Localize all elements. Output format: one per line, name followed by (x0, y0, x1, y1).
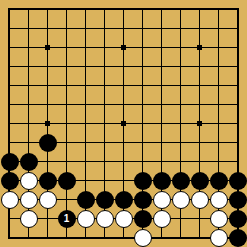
intersection-6-1[interactable] (95, 0, 114, 19)
intersection-13-5[interactable] (228, 76, 247, 95)
intersection-11-12[interactable] (190, 209, 209, 228)
intersection-1-13[interactable] (0, 228, 19, 247)
black-stone (191, 172, 209, 190)
intersection-10-5[interactable] (171, 76, 190, 95)
intersection-12-4[interactable] (209, 57, 228, 76)
intersection-9-6[interactable] (152, 95, 171, 114)
intersection-2-3[interactable] (19, 38, 38, 57)
intersection-9-1[interactable] (152, 0, 171, 19)
intersection-12-5[interactable] (209, 76, 228, 95)
intersection-4-2[interactable] (57, 19, 76, 38)
intersection-9-4[interactable] (152, 57, 171, 76)
intersection-10-7[interactable] (171, 114, 190, 133)
intersection-10-10[interactable] (171, 171, 190, 190)
intersection-12-8[interactable] (209, 133, 228, 152)
intersection-13-4[interactable] (228, 57, 247, 76)
intersection-6-7[interactable] (95, 114, 114, 133)
intersection-8-7[interactable] (133, 114, 152, 133)
intersection-6-9[interactable] (95, 152, 114, 171)
intersection-12-10[interactable] (209, 171, 228, 190)
intersection-10-11[interactable] (171, 190, 190, 209)
black-stone-move-1: 1 (58, 210, 76, 228)
intersection-7-10[interactable] (114, 171, 133, 190)
intersection-6-3[interactable] (95, 38, 114, 57)
intersection-2-6[interactable] (19, 95, 38, 114)
white-stone (134, 229, 152, 247)
intersection-7-3[interactable] (114, 38, 133, 57)
star-point (197, 45, 202, 50)
intersection-6-10[interactable] (95, 171, 114, 190)
intersection-5-1[interactable] (76, 0, 95, 19)
intersection-3-5[interactable] (38, 76, 57, 95)
intersection-1-9[interactable] (0, 152, 19, 171)
intersection-3-6[interactable] (38, 95, 57, 114)
intersection-1-8[interactable] (0, 133, 19, 152)
intersection-12-3[interactable] (209, 38, 228, 57)
intersection-5-11[interactable] (76, 190, 95, 209)
intersection-8-5[interactable] (133, 76, 152, 95)
intersection-8-3[interactable] (133, 38, 152, 57)
black-stone (134, 210, 152, 228)
intersection-11-2[interactable] (190, 19, 209, 38)
black-stone (134, 172, 152, 190)
intersection-2-11[interactable] (19, 190, 38, 209)
intersection-6-5[interactable] (95, 76, 114, 95)
intersection-4-6[interactable] (57, 95, 76, 114)
black-stone (58, 172, 76, 190)
intersection-4-8[interactable] (57, 133, 76, 152)
intersection-12-6[interactable] (209, 95, 228, 114)
white-stone (39, 191, 57, 209)
intersection-3-13[interactable] (38, 228, 57, 247)
intersection-10-4[interactable] (171, 57, 190, 76)
intersection-13-7[interactable] (228, 114, 247, 133)
intersection-1-7[interactable] (0, 114, 19, 133)
intersection-7-6[interactable] (114, 95, 133, 114)
intersection-1-11[interactable] (0, 190, 19, 209)
white-stone (153, 210, 171, 228)
intersection-3-10[interactable] (38, 171, 57, 190)
intersection-1-4[interactable] (0, 57, 19, 76)
intersection-12-2[interactable] (209, 19, 228, 38)
black-stone (96, 191, 114, 209)
intersection-11-13[interactable] (190, 228, 209, 247)
intersection-11-3[interactable] (190, 38, 209, 57)
intersection-5-2[interactable] (76, 19, 95, 38)
intersection-5-5[interactable] (76, 76, 95, 95)
intersection-11-7[interactable] (190, 114, 209, 133)
intersection-12-7[interactable] (209, 114, 228, 133)
intersection-4-9[interactable] (57, 152, 76, 171)
intersection-6-2[interactable] (95, 19, 114, 38)
intersection-9-11[interactable] (152, 190, 171, 209)
intersection-8-11[interactable] (133, 190, 152, 209)
intersection-2-4[interactable] (19, 57, 38, 76)
black-stone (229, 210, 247, 228)
black-stone (229, 172, 247, 190)
white-stone (172, 191, 190, 209)
star-point (45, 121, 50, 126)
intersection-2-12[interactable] (19, 209, 38, 228)
intersection-9-12[interactable] (152, 209, 171, 228)
intersection-12-11[interactable] (209, 190, 228, 209)
intersection-10-13[interactable] (171, 228, 190, 247)
intersection-2-13[interactable] (19, 228, 38, 247)
intersection-1-5[interactable] (0, 76, 19, 95)
intersection-7-8[interactable] (114, 133, 133, 152)
intersection-4-5[interactable] (57, 76, 76, 95)
intersection-8-13[interactable] (133, 228, 152, 247)
white-stone (191, 191, 209, 209)
intersection-13-2[interactable] (228, 19, 247, 38)
intersection-1-6[interactable] (0, 95, 19, 114)
intersection-13-11[interactable] (228, 190, 247, 209)
intersection-1-1[interactable] (0, 0, 19, 19)
black-stone (134, 191, 152, 209)
black-stone (153, 172, 171, 190)
intersection-9-8[interactable] (152, 133, 171, 152)
intersection-3-9[interactable] (38, 152, 57, 171)
intersection-5-4[interactable] (76, 57, 95, 76)
board-intersections: 1 (0, 0, 247, 247)
intersection-4-12[interactable]: 1 (57, 209, 76, 228)
black-stone (229, 191, 247, 209)
intersection-10-6[interactable] (171, 95, 190, 114)
intersection-8-1[interactable] (133, 0, 152, 19)
intersection-9-13[interactable] (152, 228, 171, 247)
intersection-3-7[interactable] (38, 114, 57, 133)
intersection-5-12[interactable] (76, 209, 95, 228)
go-board: 1 (0, 0, 247, 247)
black-stone (172, 172, 190, 190)
intersection-5-6[interactable] (76, 95, 95, 114)
intersection-4-11[interactable] (57, 190, 76, 209)
intersection-8-6[interactable] (133, 95, 152, 114)
star-point (45, 45, 50, 50)
intersection-5-8[interactable] (76, 133, 95, 152)
intersection-13-6[interactable] (228, 95, 247, 114)
intersection-13-1[interactable] (228, 0, 247, 19)
intersection-3-2[interactable] (38, 19, 57, 38)
intersection-7-1[interactable] (114, 0, 133, 19)
intersection-1-2[interactable] (0, 19, 19, 38)
intersection-3-1[interactable] (38, 0, 57, 19)
intersection-6-11[interactable] (95, 190, 114, 209)
intersection-11-10[interactable] (190, 171, 209, 190)
white-stone (96, 210, 114, 228)
intersection-7-2[interactable] (114, 19, 133, 38)
white-stone (153, 191, 171, 209)
intersection-7-13[interactable] (114, 228, 133, 247)
intersection-6-6[interactable] (95, 95, 114, 114)
intersection-8-8[interactable] (133, 133, 152, 152)
intersection-6-8[interactable] (95, 133, 114, 152)
intersection-1-12[interactable] (0, 209, 19, 228)
intersection-1-10[interactable] (0, 171, 19, 190)
black-stone (229, 229, 247, 247)
intersection-5-3[interactable] (76, 38, 95, 57)
intersection-3-11[interactable] (38, 190, 57, 209)
white-stone (115, 210, 133, 228)
intersection-7-9[interactable] (114, 152, 133, 171)
intersection-11-6[interactable] (190, 95, 209, 114)
intersection-4-1[interactable] (57, 0, 76, 19)
intersection-7-7[interactable] (114, 114, 133, 133)
black-stone (1, 172, 19, 190)
white-stone (20, 191, 38, 209)
intersection-12-9[interactable] (209, 152, 228, 171)
intersection-3-8[interactable] (38, 133, 57, 152)
intersection-10-8[interactable] (171, 133, 190, 152)
intersection-3-4[interactable] (38, 57, 57, 76)
intersection-10-3[interactable] (171, 38, 190, 57)
star-point (197, 121, 202, 126)
intersection-6-12[interactable] (95, 209, 114, 228)
intersection-5-9[interactable] (76, 152, 95, 171)
white-stone (20, 172, 38, 190)
intersection-7-5[interactable] (114, 76, 133, 95)
black-stone (77, 191, 95, 209)
black-stone (1, 153, 19, 171)
intersection-4-10[interactable] (57, 171, 76, 190)
intersection-11-1[interactable] (190, 0, 209, 19)
intersection-7-4[interactable] (114, 57, 133, 76)
intersection-9-10[interactable] (152, 171, 171, 190)
intersection-5-10[interactable] (76, 171, 95, 190)
intersection-10-1[interactable] (171, 0, 190, 19)
intersection-13-3[interactable] (228, 38, 247, 57)
intersection-9-9[interactable] (152, 152, 171, 171)
intersection-7-11[interactable] (114, 190, 133, 209)
white-stone (77, 210, 95, 228)
intersection-13-13[interactable] (228, 228, 247, 247)
white-stone (210, 191, 228, 209)
intersection-3-12[interactable] (38, 209, 57, 228)
intersection-12-12[interactable] (209, 209, 228, 228)
intersection-8-9[interactable] (133, 152, 152, 171)
intersection-2-5[interactable] (19, 76, 38, 95)
intersection-8-12[interactable] (133, 209, 152, 228)
star-point (121, 45, 126, 50)
intersection-9-3[interactable] (152, 38, 171, 57)
intersection-8-2[interactable] (133, 19, 152, 38)
intersection-11-4[interactable] (190, 57, 209, 76)
intersection-4-7[interactable] (57, 114, 76, 133)
intersection-9-2[interactable] (152, 19, 171, 38)
intersection-7-12[interactable] (114, 209, 133, 228)
white-stone (210, 210, 228, 228)
black-stone (20, 153, 38, 171)
intersection-2-9[interactable] (19, 152, 38, 171)
intersection-4-13[interactable] (57, 228, 76, 247)
intersection-6-13[interactable] (95, 228, 114, 247)
intersection-13-9[interactable] (228, 152, 247, 171)
intersection-12-1[interactable] (209, 0, 228, 19)
intersection-9-7[interactable] (152, 114, 171, 133)
intersection-4-4[interactable] (57, 57, 76, 76)
black-stone (39, 172, 57, 190)
intersection-2-10[interactable] (19, 171, 38, 190)
intersection-10-2[interactable] (171, 19, 190, 38)
intersection-5-7[interactable] (76, 114, 95, 133)
intersection-2-7[interactable] (19, 114, 38, 133)
intersection-2-8[interactable] (19, 133, 38, 152)
intersection-11-9[interactable] (190, 152, 209, 171)
intersection-3-3[interactable] (38, 38, 57, 57)
intersection-5-13[interactable] (76, 228, 95, 247)
intersection-11-11[interactable] (190, 190, 209, 209)
intersection-13-10[interactable] (228, 171, 247, 190)
white-stone (1, 191, 19, 209)
white-stone (20, 210, 38, 228)
intersection-10-12[interactable] (171, 209, 190, 228)
intersection-2-1[interactable] (19, 0, 38, 19)
intersection-8-4[interactable] (133, 57, 152, 76)
intersection-10-9[interactable] (171, 152, 190, 171)
white-stone (210, 229, 228, 247)
intersection-9-5[interactable] (152, 76, 171, 95)
intersection-4-3[interactable] (57, 38, 76, 57)
star-point (121, 121, 126, 126)
intersection-6-4[interactable] (95, 57, 114, 76)
intersection-11-8[interactable] (190, 133, 209, 152)
black-stone (39, 134, 57, 152)
intersection-12-13[interactable] (209, 228, 228, 247)
intersection-1-3[interactable] (0, 38, 19, 57)
black-stone (210, 172, 228, 190)
intersection-13-12[interactable] (228, 209, 247, 228)
intersection-11-5[interactable] (190, 76, 209, 95)
intersection-8-10[interactable] (133, 171, 152, 190)
black-stone (115, 191, 133, 209)
intersection-13-8[interactable] (228, 133, 247, 152)
intersection-2-2[interactable] (19, 19, 38, 38)
